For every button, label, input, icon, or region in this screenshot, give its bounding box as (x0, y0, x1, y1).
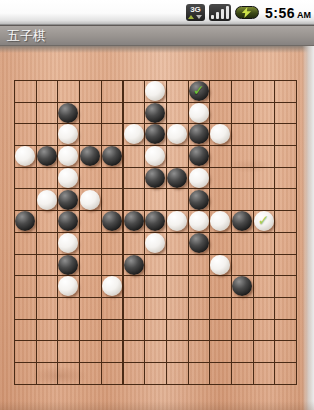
status-clock: 5:56 AM (265, 5, 311, 21)
last-move-check-icon: ✓ (193, 83, 205, 97)
stone-white (145, 81, 165, 101)
status-bar: 3G 5:56 AM (0, 0, 314, 25)
stone-white (15, 146, 35, 166)
meridiem-text: AM (297, 10, 311, 20)
stone-white (58, 168, 78, 188)
screen: 3G 5:56 AM 五子棋 ✓✓ (0, 0, 314, 410)
stone-white (102, 276, 122, 296)
stone-white (145, 233, 165, 253)
stone-white (58, 146, 78, 166)
data-traffic-arrows-icon (188, 15, 202, 19)
board-grid[interactable]: ✓✓ (14, 80, 297, 385)
signal-strength-icon (209, 4, 231, 21)
stone-black (189, 146, 209, 166)
stone-black (232, 211, 252, 231)
stone-white (80, 190, 100, 210)
3g-icon: 3G (186, 4, 205, 21)
stone-black: ✓ (189, 81, 209, 101)
stone-white (124, 124, 144, 144)
stone-black (145, 103, 165, 123)
stone-white (167, 124, 187, 144)
stone-white (58, 233, 78, 253)
stone-black (145, 211, 165, 231)
stone-white (189, 168, 209, 188)
stone-white (167, 211, 187, 231)
stone-black (189, 124, 209, 144)
board-bottom-shadow (0, 401, 314, 410)
stone-white (189, 103, 209, 123)
stone-black (58, 211, 78, 231)
title-bar: 五子棋 (0, 25, 314, 46)
stone-black (58, 103, 78, 123)
stone-white (58, 276, 78, 296)
stone-black (102, 211, 122, 231)
stone-black (189, 233, 209, 253)
stone-white (210, 124, 230, 144)
stone-black (58, 190, 78, 210)
stone-black (145, 168, 165, 188)
stone-white (210, 255, 230, 275)
stone-black (124, 255, 144, 275)
lightning-bolt-icon (241, 7, 252, 18)
board-top-bevel (0, 46, 314, 53)
stone-white (145, 146, 165, 166)
stone-black (37, 146, 57, 166)
stone-white (58, 124, 78, 144)
time-text: 5:56 (265, 5, 295, 21)
stone-black (15, 211, 35, 231)
stone-black (189, 190, 209, 210)
stone-black (102, 146, 122, 166)
stone-black (232, 276, 252, 296)
last-move-check-icon: ✓ (258, 213, 270, 227)
stone-black (58, 255, 78, 275)
game-board[interactable]: ✓✓ (0, 46, 314, 410)
status-icons: 3G 5:56 AM (186, 0, 311, 25)
board-right-bevel (302, 46, 314, 410)
battery-charging-icon (235, 6, 259, 19)
stone-black (167, 168, 187, 188)
3g-label: 3G (190, 6, 201, 14)
stone-white (189, 211, 209, 231)
app-title: 五子棋 (0, 27, 46, 45)
stone-black (80, 146, 100, 166)
stone-white: ✓ (254, 211, 274, 231)
stone-black (124, 211, 144, 231)
stone-black (145, 124, 165, 144)
stone-white (210, 211, 230, 231)
stone-white (37, 190, 57, 210)
